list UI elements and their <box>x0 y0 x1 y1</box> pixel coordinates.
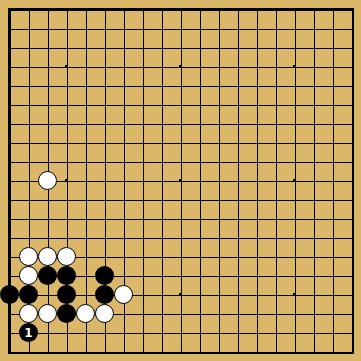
stone-white-B3 <box>19 304 38 323</box>
intersection-B4 <box>19 285 38 304</box>
intersection-S10 <box>323 171 342 190</box>
intersection-Q3 <box>285 304 304 323</box>
intersection-F10 <box>95 171 114 190</box>
intersection-S6 <box>323 247 342 266</box>
intersection-P13 <box>266 114 285 133</box>
stone-white-C3 <box>38 304 57 323</box>
intersection-N2 <box>228 323 247 342</box>
intersection-S18 <box>323 19 342 38</box>
intersection-D16 <box>57 57 76 76</box>
intersection-N3 <box>228 304 247 323</box>
intersection-D8 <box>57 209 76 228</box>
intersection-T17 <box>342 38 361 57</box>
intersection-P15 <box>266 76 285 95</box>
intersection-R7 <box>304 228 323 247</box>
intersection-B1 <box>19 342 38 361</box>
intersection-Q19 <box>285 0 304 19</box>
intersection-G11 <box>114 152 133 171</box>
intersection-A11 <box>0 152 19 171</box>
intersection-S4 <box>323 285 342 304</box>
intersection-C17 <box>38 38 57 57</box>
intersection-N12 <box>228 133 247 152</box>
intersection-J5 <box>152 266 171 285</box>
intersection-Q14 <box>285 95 304 114</box>
intersection-M15 <box>209 76 228 95</box>
stone-white-F3 <box>95 304 114 323</box>
intersection-P5 <box>266 266 285 285</box>
intersection-P10 <box>266 171 285 190</box>
intersection-A18 <box>0 19 19 38</box>
intersection-S17 <box>323 38 342 57</box>
intersection-H14 <box>133 95 152 114</box>
intersection-L11 <box>190 152 209 171</box>
intersection-O3 <box>247 304 266 323</box>
intersection-S15 <box>323 76 342 95</box>
intersection-K19 <box>171 0 190 19</box>
intersection-D18 <box>57 19 76 38</box>
intersection-J1 <box>152 342 171 361</box>
intersection-B5 <box>19 266 38 285</box>
intersection-N17 <box>228 38 247 57</box>
intersection-J11 <box>152 152 171 171</box>
intersection-P3 <box>266 304 285 323</box>
intersection-O19 <box>247 0 266 19</box>
intersection-J15 <box>152 76 171 95</box>
intersection-E16 <box>76 57 95 76</box>
intersection-C7 <box>38 228 57 247</box>
intersection-S16 <box>323 57 342 76</box>
intersection-A12 <box>0 133 19 152</box>
intersection-E18 <box>76 19 95 38</box>
stone-white-D6 <box>57 247 76 266</box>
intersection-F9 <box>95 190 114 209</box>
intersection-R18 <box>304 19 323 38</box>
intersection-B12 <box>19 133 38 152</box>
star-point-K16 <box>179 65 182 68</box>
intersection-M19 <box>209 0 228 19</box>
intersection-F3 <box>95 304 114 323</box>
intersection-T12 <box>342 133 361 152</box>
intersection-H5 <box>133 266 152 285</box>
intersection-R11 <box>304 152 323 171</box>
stone-black-C5 <box>38 266 57 285</box>
intersection-H4 <box>133 285 152 304</box>
intersection-M16 <box>209 57 228 76</box>
intersection-E3 <box>76 304 95 323</box>
intersection-J7 <box>152 228 171 247</box>
intersection-M5 <box>209 266 228 285</box>
intersection-E15 <box>76 76 95 95</box>
intersection-F13 <box>95 114 114 133</box>
intersection-F14 <box>95 95 114 114</box>
intersection-K15 <box>171 76 190 95</box>
intersection-F6 <box>95 247 114 266</box>
intersection-S7 <box>323 228 342 247</box>
intersection-T5 <box>342 266 361 285</box>
intersection-J8 <box>152 209 171 228</box>
intersection-Q9 <box>285 190 304 209</box>
intersection-M1 <box>209 342 228 361</box>
intersection-K17 <box>171 38 190 57</box>
intersection-L5 <box>190 266 209 285</box>
intersection-M17 <box>209 38 228 57</box>
intersection-D1 <box>57 342 76 361</box>
intersection-B11 <box>19 152 38 171</box>
intersection-E19 <box>76 0 95 19</box>
intersection-S14 <box>323 95 342 114</box>
intersection-J3 <box>152 304 171 323</box>
intersection-L8 <box>190 209 209 228</box>
intersection-R13 <box>304 114 323 133</box>
intersection-C6 <box>38 247 57 266</box>
intersection-N5 <box>228 266 247 285</box>
intersection-E1 <box>76 342 95 361</box>
intersection-G18 <box>114 19 133 38</box>
intersection-T10 <box>342 171 361 190</box>
intersection-S1 <box>323 342 342 361</box>
intersection-L9 <box>190 190 209 209</box>
intersection-C16 <box>38 57 57 76</box>
intersection-H19 <box>133 0 152 19</box>
move-number-label: 1 <box>24 327 32 339</box>
intersection-S19 <box>323 0 342 19</box>
intersection-F1 <box>95 342 114 361</box>
intersection-M10 <box>209 171 228 190</box>
intersection-T6 <box>342 247 361 266</box>
intersection-M2 <box>209 323 228 342</box>
intersection-Q13 <box>285 114 304 133</box>
intersection-G19 <box>114 0 133 19</box>
intersection-P2 <box>266 323 285 342</box>
intersection-O16 <box>247 57 266 76</box>
intersection-Q15 <box>285 76 304 95</box>
intersection-Q7 <box>285 228 304 247</box>
intersection-A15 <box>0 76 19 95</box>
intersection-O15 <box>247 76 266 95</box>
intersection-R12 <box>304 133 323 152</box>
intersection-L19 <box>190 0 209 19</box>
intersection-D12 <box>57 133 76 152</box>
intersection-R14 <box>304 95 323 114</box>
intersection-P14 <box>266 95 285 114</box>
intersection-H2 <box>133 323 152 342</box>
intersection-M13 <box>209 114 228 133</box>
intersection-D14 <box>57 95 76 114</box>
intersection-L10 <box>190 171 209 190</box>
intersection-T14 <box>342 95 361 114</box>
intersection-F5 <box>95 266 114 285</box>
intersection-C5 <box>38 266 57 285</box>
intersection-K14 <box>171 95 190 114</box>
intersection-D15 <box>57 76 76 95</box>
intersection-A9 <box>0 190 19 209</box>
intersection-B6 <box>19 247 38 266</box>
intersection-M4 <box>209 285 228 304</box>
intersection-S5 <box>323 266 342 285</box>
stone-black-D4 <box>57 285 76 304</box>
intersection-F11 <box>95 152 114 171</box>
intersection-Q4 <box>285 285 304 304</box>
intersection-N7 <box>228 228 247 247</box>
intersection-G2 <box>114 323 133 342</box>
intersection-G4 <box>114 285 133 304</box>
intersection-T2 <box>342 323 361 342</box>
intersection-T18 <box>342 19 361 38</box>
intersection-H17 <box>133 38 152 57</box>
intersection-F18 <box>95 19 114 38</box>
intersection-H3 <box>133 304 152 323</box>
stone-black-F5 <box>95 266 114 285</box>
intersection-C1 <box>38 342 57 361</box>
intersection-O2 <box>247 323 266 342</box>
intersection-P19 <box>266 0 285 19</box>
intersection-K8 <box>171 209 190 228</box>
intersection-K12 <box>171 133 190 152</box>
intersection-B16 <box>19 57 38 76</box>
intersection-L2 <box>190 323 209 342</box>
intersection-S2 <box>323 323 342 342</box>
intersection-B13 <box>19 114 38 133</box>
intersection-H11 <box>133 152 152 171</box>
intersection-K2 <box>171 323 190 342</box>
intersection-N13 <box>228 114 247 133</box>
intersection-G17 <box>114 38 133 57</box>
intersection-R6 <box>304 247 323 266</box>
intersection-H10 <box>133 171 152 190</box>
intersection-G13 <box>114 114 133 133</box>
intersection-E5 <box>76 266 95 285</box>
intersection-Q2 <box>285 323 304 342</box>
intersection-L6 <box>190 247 209 266</box>
intersection-N4 <box>228 285 247 304</box>
intersection-A8 <box>0 209 19 228</box>
intersection-B3 <box>19 304 38 323</box>
intersection-B10 <box>19 171 38 190</box>
intersection-R15 <box>304 76 323 95</box>
intersection-L7 <box>190 228 209 247</box>
intersection-K3 <box>171 304 190 323</box>
intersection-R17 <box>304 38 323 57</box>
intersection-N10 <box>228 171 247 190</box>
intersection-F17 <box>95 38 114 57</box>
intersection-O11 <box>247 152 266 171</box>
intersection-J19 <box>152 0 171 19</box>
intersection-T15 <box>342 76 361 95</box>
intersection-O17 <box>247 38 266 57</box>
intersection-D13 <box>57 114 76 133</box>
intersection-J2 <box>152 323 171 342</box>
intersection-O5 <box>247 266 266 285</box>
intersection-L17 <box>190 38 209 57</box>
intersection-P6 <box>266 247 285 266</box>
intersection-N15 <box>228 76 247 95</box>
star-point-K4 <box>179 293 182 296</box>
intersection-H1 <box>133 342 152 361</box>
intersection-C10 <box>38 171 57 190</box>
intersection-B18 <box>19 19 38 38</box>
intersection-B17 <box>19 38 38 57</box>
intersection-T8 <box>342 209 361 228</box>
intersection-D7 <box>57 228 76 247</box>
intersection-D19 <box>57 0 76 19</box>
intersection-D4 <box>57 285 76 304</box>
intersection-R5 <box>304 266 323 285</box>
intersection-A3 <box>0 304 19 323</box>
intersection-G16 <box>114 57 133 76</box>
star-point-Q4 <box>293 293 296 296</box>
intersection-O6 <box>247 247 266 266</box>
intersection-N8 <box>228 209 247 228</box>
star-point-K10 <box>179 179 182 182</box>
intersection-A14 <box>0 95 19 114</box>
intersection-F19 <box>95 0 114 19</box>
intersection-Q18 <box>285 19 304 38</box>
intersection-P12 <box>266 133 285 152</box>
intersection-L13 <box>190 114 209 133</box>
intersection-M14 <box>209 95 228 114</box>
intersection-G5 <box>114 266 133 285</box>
intersection-N9 <box>228 190 247 209</box>
intersection-G12 <box>114 133 133 152</box>
intersection-B8 <box>19 209 38 228</box>
intersection-E4 <box>76 285 95 304</box>
intersection-T9 <box>342 190 361 209</box>
intersection-B7 <box>19 228 38 247</box>
intersection-G7 <box>114 228 133 247</box>
intersection-R16 <box>304 57 323 76</box>
intersection-H8 <box>133 209 152 228</box>
intersection-Q1 <box>285 342 304 361</box>
intersection-A17 <box>0 38 19 57</box>
intersection-G6 <box>114 247 133 266</box>
intersection-E11 <box>76 152 95 171</box>
intersection-E8 <box>76 209 95 228</box>
intersection-S12 <box>323 133 342 152</box>
intersection-T13 <box>342 114 361 133</box>
intersection-J4 <box>152 285 171 304</box>
intersection-N16 <box>228 57 247 76</box>
intersection-T19 <box>342 0 361 19</box>
intersection-O18 <box>247 19 266 38</box>
intersection-G15 <box>114 76 133 95</box>
go-board: 1 <box>0 0 361 361</box>
intersection-N19 <box>228 0 247 19</box>
intersection-P8 <box>266 209 285 228</box>
intersection-D17 <box>57 38 76 57</box>
intersection-C11 <box>38 152 57 171</box>
intersection-F4 <box>95 285 114 304</box>
intersection-S9 <box>323 190 342 209</box>
intersection-A10 <box>0 171 19 190</box>
intersection-L18 <box>190 19 209 38</box>
intersection-M6 <box>209 247 228 266</box>
intersection-R19 <box>304 0 323 19</box>
intersection-A5 <box>0 266 19 285</box>
intersection-C8 <box>38 209 57 228</box>
intersection-R10 <box>304 171 323 190</box>
intersection-C18 <box>38 19 57 38</box>
intersection-O1 <box>247 342 266 361</box>
intersection-D11 <box>57 152 76 171</box>
intersection-F8 <box>95 209 114 228</box>
intersection-E2 <box>76 323 95 342</box>
intersection-K6 <box>171 247 190 266</box>
intersection-G10 <box>114 171 133 190</box>
intersection-Q12 <box>285 133 304 152</box>
intersection-A19 <box>0 0 19 19</box>
intersection-C19 <box>38 0 57 19</box>
stone-black-B4 <box>19 285 38 304</box>
intersection-J10 <box>152 171 171 190</box>
intersection-C15 <box>38 76 57 95</box>
intersection-J16 <box>152 57 171 76</box>
intersection-E13 <box>76 114 95 133</box>
intersection-R2 <box>304 323 323 342</box>
intersection-T4 <box>342 285 361 304</box>
intersection-K11 <box>171 152 190 171</box>
intersection-E10 <box>76 171 95 190</box>
intersection-L12 <box>190 133 209 152</box>
star-point-Q10 <box>293 179 296 182</box>
intersection-L14 <box>190 95 209 114</box>
intersection-D10 <box>57 171 76 190</box>
intersection-B2: 1 <box>19 323 38 342</box>
stone-black-D3 <box>57 304 76 323</box>
star-point-D10 <box>65 179 68 182</box>
intersection-Q8 <box>285 209 304 228</box>
intersection-N11 <box>228 152 247 171</box>
intersection-M9 <box>209 190 228 209</box>
stone-white-E3 <box>76 304 95 323</box>
intersection-O8 <box>247 209 266 228</box>
intersection-D2 <box>57 323 76 342</box>
intersection-F7 <box>95 228 114 247</box>
intersection-R1 <box>304 342 323 361</box>
intersection-M11 <box>209 152 228 171</box>
stone-black-D5 <box>57 266 76 285</box>
intersection-Q17 <box>285 38 304 57</box>
intersection-C2 <box>38 323 57 342</box>
intersection-J18 <box>152 19 171 38</box>
intersection-H15 <box>133 76 152 95</box>
intersection-G9 <box>114 190 133 209</box>
intersection-E17 <box>76 38 95 57</box>
intersection-G3 <box>114 304 133 323</box>
intersection-O7 <box>247 228 266 247</box>
intersection-D5 <box>57 266 76 285</box>
intersection-P18 <box>266 19 285 38</box>
intersection-P9 <box>266 190 285 209</box>
intersection-O9 <box>247 190 266 209</box>
intersection-B9 <box>19 190 38 209</box>
intersection-B19 <box>19 0 38 19</box>
intersection-N1 <box>228 342 247 361</box>
intersection-S3 <box>323 304 342 323</box>
intersection-J13 <box>152 114 171 133</box>
intersection-O13 <box>247 114 266 133</box>
intersection-H13 <box>133 114 152 133</box>
intersection-K1 <box>171 342 190 361</box>
intersection-A7 <box>0 228 19 247</box>
intersection-A4 <box>0 285 19 304</box>
intersection-F16 <box>95 57 114 76</box>
intersection-Q11 <box>285 152 304 171</box>
intersection-C4 <box>38 285 57 304</box>
intersection-M3 <box>209 304 228 323</box>
intersection-E9 <box>76 190 95 209</box>
intersection-P1 <box>266 342 285 361</box>
intersection-O12 <box>247 133 266 152</box>
